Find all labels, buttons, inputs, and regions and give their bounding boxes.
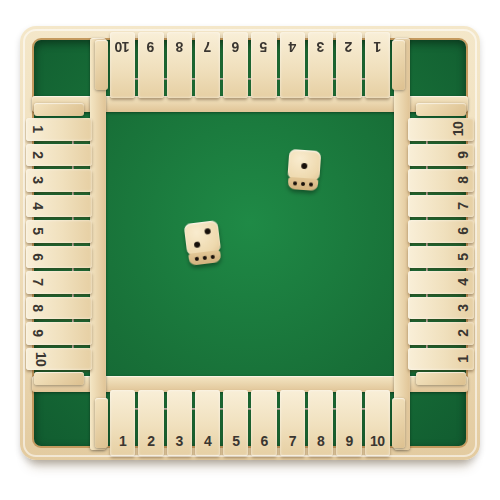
tile-number: 9 bbox=[345, 434, 352, 448]
end-stop-top-b bbox=[392, 40, 405, 90]
tile-number: 8 bbox=[455, 177, 469, 184]
tile-bottom-8[interactable]: 8 bbox=[308, 390, 333, 456]
tile-number: 6 bbox=[455, 228, 469, 235]
tile-bottom-3[interactable]: 3 bbox=[167, 390, 192, 456]
tile-number: 7 bbox=[204, 40, 211, 54]
end-stop-bottom-a bbox=[95, 398, 108, 448]
shut-the-box-board: 10987654321 12345678910 12345678910 1098… bbox=[20, 26, 480, 460]
tile-number: 6 bbox=[232, 40, 239, 54]
tile-number: 6 bbox=[31, 253, 45, 260]
tile-left-7[interactable]: 7 bbox=[26, 271, 92, 294]
tile-number: 3 bbox=[176, 434, 183, 448]
tile-top-9[interactable]: 9 bbox=[138, 32, 163, 98]
die-pip bbox=[309, 182, 313, 186]
tile-number: 9 bbox=[31, 330, 45, 337]
tile-left-2[interactable]: 2 bbox=[26, 144, 92, 167]
tile-row-top: 10987654321 bbox=[110, 32, 390, 98]
die-pip bbox=[211, 255, 215, 259]
tile-left-8[interactable]: 8 bbox=[26, 297, 92, 320]
tile-number: 10 bbox=[34, 351, 48, 366]
tile-number: 9 bbox=[455, 151, 469, 158]
end-stop-bottom-b bbox=[392, 398, 405, 448]
tile-left-10[interactable]: 10 bbox=[26, 348, 92, 371]
tiles-left: 12345678910 bbox=[26, 118, 92, 370]
tile-left-4[interactable]: 4 bbox=[26, 195, 92, 218]
tile-bottom-5[interactable]: 5 bbox=[223, 390, 248, 456]
tile-number: 2 bbox=[345, 40, 352, 54]
die-pip bbox=[293, 181, 297, 185]
die-upper-right[interactable] bbox=[287, 149, 322, 191]
tile-left-5[interactable]: 5 bbox=[26, 220, 92, 243]
tile-top-10[interactable]: 10 bbox=[110, 32, 135, 98]
tile-top-8[interactable]: 8 bbox=[167, 32, 192, 98]
tile-right-10[interactable]: 10 bbox=[408, 118, 474, 141]
tile-top-7[interactable]: 7 bbox=[195, 32, 220, 98]
tile-number: 2 bbox=[31, 151, 45, 158]
end-stop-right-a bbox=[416, 103, 466, 116]
tile-row-left: 12345678910 bbox=[26, 118, 92, 370]
tile-number: 9 bbox=[147, 40, 154, 54]
tile-number: 7 bbox=[289, 434, 296, 448]
tile-number: 8 bbox=[31, 304, 45, 311]
die-pip bbox=[301, 182, 305, 186]
tile-bottom-7[interactable]: 7 bbox=[280, 390, 305, 456]
tile-left-9[interactable]: 9 bbox=[26, 322, 92, 345]
tile-number: 1 bbox=[31, 126, 45, 133]
tile-right-2[interactable]: 2 bbox=[408, 322, 474, 345]
tile-number: 4 bbox=[455, 279, 469, 286]
tile-number: 3 bbox=[317, 40, 324, 54]
tile-row-right: 10987654321 bbox=[408, 118, 474, 370]
tile-bottom-9[interactable]: 9 bbox=[336, 390, 361, 456]
tile-right-3[interactable]: 3 bbox=[408, 297, 474, 320]
tile-top-6[interactable]: 6 bbox=[223, 32, 248, 98]
tile-number: 6 bbox=[260, 434, 267, 448]
tile-left-3[interactable]: 3 bbox=[26, 169, 92, 192]
end-stop-left-b bbox=[34, 372, 84, 385]
die-lower-left[interactable] bbox=[184, 220, 223, 266]
tile-number: 7 bbox=[31, 279, 45, 286]
tile-left-6[interactable]: 6 bbox=[26, 246, 92, 269]
tile-number: 1 bbox=[119, 434, 126, 448]
die-pip bbox=[194, 241, 201, 248]
rail-left bbox=[90, 38, 106, 450]
tile-bottom-1[interactable]: 1 bbox=[110, 390, 135, 456]
tile-number: 5 bbox=[31, 228, 45, 235]
end-stop-right-b bbox=[416, 372, 466, 385]
end-stop-top-a bbox=[95, 40, 108, 90]
tile-right-5[interactable]: 5 bbox=[408, 246, 474, 269]
tile-number: 5 bbox=[455, 253, 469, 260]
die-pip bbox=[204, 228, 211, 235]
tile-right-6[interactable]: 6 bbox=[408, 220, 474, 243]
tile-right-9[interactable]: 9 bbox=[408, 144, 474, 167]
die-pip bbox=[194, 257, 198, 261]
tile-number: 5 bbox=[232, 434, 239, 448]
tile-right-4[interactable]: 4 bbox=[408, 271, 474, 294]
tiles-bottom: 12345678910 bbox=[110, 390, 390, 456]
die-front-face bbox=[288, 177, 319, 191]
tile-bottom-2[interactable]: 2 bbox=[138, 390, 163, 456]
tile-number: 4 bbox=[204, 434, 211, 448]
tile-right-8[interactable]: 8 bbox=[408, 169, 474, 192]
tile-bottom-4[interactable]: 4 bbox=[195, 390, 220, 456]
tile-number: 8 bbox=[317, 434, 324, 448]
tile-number: 10 bbox=[452, 122, 466, 137]
tile-top-5[interactable]: 5 bbox=[251, 32, 276, 98]
die-pip bbox=[301, 162, 307, 168]
product-photo-stage: 10987654321 12345678910 12345678910 1098… bbox=[0, 0, 500, 500]
tile-number: 4 bbox=[289, 40, 296, 54]
tile-bottom-6[interactable]: 6 bbox=[251, 390, 276, 456]
die-pip bbox=[203, 256, 207, 260]
tile-number: 8 bbox=[176, 40, 183, 54]
tiles-top: 10987654321 bbox=[110, 32, 390, 98]
tile-number: 1 bbox=[455, 355, 469, 362]
tile-left-1[interactable]: 1 bbox=[26, 118, 92, 141]
tile-number: 3 bbox=[31, 177, 45, 184]
tile-number: 3 bbox=[455, 304, 469, 311]
tile-bottom-10[interactable]: 10 bbox=[365, 390, 390, 456]
tile-top-3[interactable]: 3 bbox=[308, 32, 333, 98]
tile-number: 5 bbox=[260, 40, 267, 54]
tile-top-2[interactable]: 2 bbox=[336, 32, 361, 98]
tile-row-bottom: 12345678910 bbox=[110, 390, 390, 456]
end-stop-left-a bbox=[34, 103, 84, 116]
tile-top-1[interactable]: 1 bbox=[365, 32, 390, 98]
tile-right-1[interactable]: 1 bbox=[408, 348, 474, 371]
tile-number: 2 bbox=[455, 330, 469, 337]
tiles-right: 10987654321 bbox=[408, 118, 474, 370]
tile-right-7[interactable]: 7 bbox=[408, 195, 474, 218]
tile-number: 4 bbox=[31, 202, 45, 209]
tile-number: 10 bbox=[115, 40, 130, 54]
tile-number: 10 bbox=[370, 434, 385, 448]
tile-top-4[interactable]: 4 bbox=[280, 32, 305, 98]
tile-number: 7 bbox=[455, 202, 469, 209]
tile-number: 1 bbox=[374, 40, 381, 54]
tile-number: 2 bbox=[147, 434, 154, 448]
